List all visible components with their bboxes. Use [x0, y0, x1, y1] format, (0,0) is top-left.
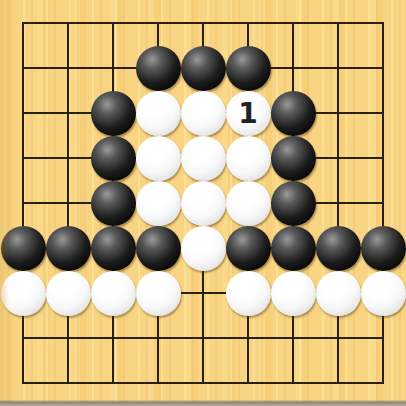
white-stone-move-1[interactable]: 1: [226, 91, 271, 136]
white-stone[interactable]: [1, 271, 46, 316]
white-stone[interactable]: [181, 91, 226, 136]
black-stone[interactable]: [136, 46, 181, 91]
white-stone[interactable]: [91, 271, 136, 316]
black-stone[interactable]: [271, 136, 316, 181]
white-stone[interactable]: [136, 91, 181, 136]
white-stone[interactable]: [181, 226, 226, 271]
black-stone[interactable]: [91, 226, 136, 271]
black-stone[interactable]: [316, 226, 361, 271]
white-stone[interactable]: [181, 136, 226, 181]
white-stone[interactable]: [316, 271, 361, 316]
white-stone[interactable]: [46, 271, 91, 316]
black-stone[interactable]: [46, 226, 91, 271]
move-number-label: 1: [226, 91, 271, 136]
black-stone[interactable]: [361, 226, 406, 271]
black-stone[interactable]: [271, 226, 316, 271]
black-stone[interactable]: [91, 181, 136, 226]
black-stone[interactable]: [181, 46, 226, 91]
white-stone[interactable]: [136, 271, 181, 316]
black-stone[interactable]: [1, 226, 46, 271]
black-stone[interactable]: [91, 91, 136, 136]
go-board[interactable]: 1: [0, 0, 406, 406]
white-stone[interactable]: [271, 271, 316, 316]
black-stone[interactable]: [226, 46, 271, 91]
white-stone[interactable]: [226, 271, 271, 316]
black-stone[interactable]: [226, 226, 271, 271]
black-stone[interactable]: [91, 136, 136, 181]
white-stone[interactable]: [136, 136, 181, 181]
black-stone[interactable]: [136, 226, 181, 271]
white-stone[interactable]: [226, 181, 271, 226]
white-stone[interactable]: [361, 271, 406, 316]
white-stone[interactable]: [181, 181, 226, 226]
white-stone[interactable]: [226, 136, 271, 181]
stones-layer: 1: [0, 0, 406, 406]
black-stone[interactable]: [271, 91, 316, 136]
black-stone[interactable]: [271, 181, 316, 226]
white-stone[interactable]: [136, 181, 181, 226]
